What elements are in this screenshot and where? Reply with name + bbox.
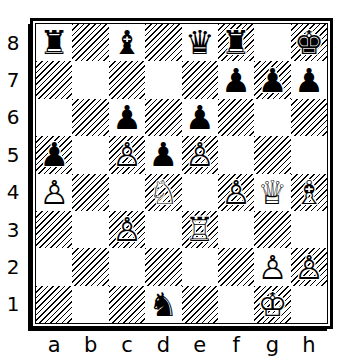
square-b5[interactable] — [72, 136, 108, 173]
square-b8[interactable] — [72, 24, 108, 61]
rank-label-2: 2 — [0, 248, 26, 285]
black-bishop: ♝ — [112, 24, 142, 61]
white-pawn: ♙ — [221, 174, 251, 211]
file-label-a: a — [36, 333, 72, 357]
square-d1[interactable]: ♞ — [145, 286, 181, 323]
white-pawn: ♙ — [258, 249, 288, 286]
square-h6[interactable] — [291, 99, 327, 136]
square-d8[interactable] — [145, 24, 181, 61]
square-h2[interactable]: ♙ — [291, 248, 327, 285]
black-queen: ♛ — [185, 24, 215, 61]
square-g2[interactable]: ♙ — [254, 248, 290, 285]
square-e6[interactable]: ♟ — [182, 99, 218, 136]
square-b7[interactable] — [72, 61, 108, 98]
square-a3[interactable] — [36, 211, 72, 248]
square-c6[interactable]: ♟ — [109, 99, 145, 136]
square-g8[interactable] — [254, 24, 290, 61]
square-a2[interactable] — [36, 248, 72, 285]
square-c7[interactable] — [109, 61, 145, 98]
file-label-f: f — [218, 333, 254, 357]
square-f4[interactable]: ♙ — [218, 174, 254, 211]
black-pawn: ♟ — [221, 62, 251, 99]
square-a6[interactable] — [36, 99, 72, 136]
black-pawn: ♟ — [185, 99, 215, 136]
black-pawn: ♟ — [258, 62, 288, 99]
square-b3[interactable] — [72, 211, 108, 248]
rank-label-3: 3 — [0, 211, 26, 248]
rank-label-6: 6 — [0, 99, 26, 136]
square-b4[interactable] — [72, 174, 108, 211]
square-e8[interactable]: ♛ — [182, 24, 218, 61]
chess-board-border: ♜♝♛♜♚♟♟♟♟♟♟♙♟♙♙♘♙♕♗♙♖♙♙♞♔ — [35, 23, 328, 324]
white-knight: ♘ — [149, 174, 179, 211]
file-labels: abcdefgh — [36, 333, 327, 357]
square-c3[interactable]: ♙ — [109, 211, 145, 248]
square-f6[interactable] — [218, 99, 254, 136]
square-a8[interactable]: ♜ — [36, 24, 72, 61]
square-d6[interactable] — [145, 99, 181, 136]
square-g1[interactable]: ♔ — [254, 286, 290, 323]
square-c1[interactable] — [109, 286, 145, 323]
file-label-h: h — [291, 333, 327, 357]
square-h4[interactable]: ♗ — [291, 174, 327, 211]
white-king: ♔ — [258, 286, 288, 323]
square-a7[interactable] — [36, 61, 72, 98]
square-b1[interactable] — [72, 286, 108, 323]
square-a1[interactable] — [36, 286, 72, 323]
square-a5[interactable]: ♟ — [36, 136, 72, 173]
square-g7[interactable]: ♟ — [254, 61, 290, 98]
square-h5[interactable] — [291, 136, 327, 173]
square-e3[interactable]: ♖ — [182, 211, 218, 248]
white-pawn: ♙ — [112, 136, 142, 173]
chess-board: ♜♝♛♜♚♟♟♟♟♟♟♙♟♙♙♘♙♕♗♙♖♙♙♞♔ — [36, 24, 327, 323]
square-c8[interactable]: ♝ — [109, 24, 145, 61]
square-h1[interactable] — [291, 286, 327, 323]
white-queen: ♕ — [258, 174, 288, 211]
rank-label-1: 1 — [0, 286, 26, 323]
square-f3[interactable] — [218, 211, 254, 248]
white-pawn: ♙ — [294, 249, 324, 286]
white-bishop: ♗ — [294, 174, 324, 211]
rank-label-7: 7 — [0, 61, 26, 98]
file-label-c: c — [109, 333, 145, 357]
white-pawn: ♙ — [39, 174, 69, 211]
square-e4[interactable] — [182, 174, 218, 211]
square-g3[interactable] — [254, 211, 290, 248]
square-d5[interactable]: ♟ — [145, 136, 181, 173]
white-pawn: ♙ — [185, 136, 215, 173]
file-label-d: d — [145, 333, 181, 357]
square-f8[interactable]: ♜ — [218, 24, 254, 61]
square-d3[interactable] — [145, 211, 181, 248]
file-label-b: b — [72, 333, 108, 357]
black-pawn: ♟ — [294, 62, 324, 99]
black-rook: ♜ — [39, 24, 69, 61]
square-h3[interactable] — [291, 211, 327, 248]
square-d7[interactable] — [145, 61, 181, 98]
square-f7[interactable]: ♟ — [218, 61, 254, 98]
square-c2[interactable] — [109, 248, 145, 285]
square-f2[interactable] — [218, 248, 254, 285]
square-c5[interactable]: ♙ — [109, 136, 145, 173]
square-d2[interactable] — [145, 248, 181, 285]
square-g5[interactable] — [254, 136, 290, 173]
square-h8[interactable]: ♚ — [291, 24, 327, 61]
file-label-g: g — [254, 333, 290, 357]
chess-diagram: 87654321 ♜♝♛♜♚♟♟♟♟♟♟♙♟♙♙♘♙♕♗♙♖♙♙♞♔ abcde… — [0, 0, 360, 360]
file-label-e: e — [182, 333, 218, 357]
square-e7[interactable] — [182, 61, 218, 98]
square-g6[interactable] — [254, 99, 290, 136]
rank-label-4: 4 — [0, 174, 26, 211]
square-f1[interactable] — [218, 286, 254, 323]
square-d4[interactable]: ♘ — [145, 174, 181, 211]
square-b6[interactable] — [72, 99, 108, 136]
rank-label-5: 5 — [0, 136, 26, 173]
black-pawn: ♟ — [39, 136, 69, 173]
rank-label-8: 8 — [0, 24, 26, 61]
black-pawn: ♟ — [149, 136, 179, 173]
square-h7[interactable]: ♟ — [291, 61, 327, 98]
black-knight: ♞ — [149, 286, 179, 323]
white-pawn: ♙ — [112, 211, 142, 248]
square-e5[interactable]: ♙ — [182, 136, 218, 173]
square-e2[interactable] — [182, 248, 218, 285]
square-b2[interactable] — [72, 248, 108, 285]
black-rook: ♜ — [221, 24, 251, 61]
square-c4[interactable] — [109, 174, 145, 211]
square-f5[interactable] — [218, 136, 254, 173]
rank-labels: 87654321 — [0, 24, 26, 323]
black-pawn: ♟ — [112, 99, 142, 136]
chess-board-frame: ♜♝♛♜♚♟♟♟♟♟♟♙♟♙♙♘♙♕♗♙♖♙♙♞♔ — [30, 18, 333, 329]
square-a4[interactable]: ♙ — [36, 174, 72, 211]
square-g4[interactable]: ♕ — [254, 174, 290, 211]
square-e1[interactable] — [182, 286, 218, 323]
white-rook: ♖ — [185, 211, 215, 248]
black-king: ♚ — [294, 24, 324, 61]
